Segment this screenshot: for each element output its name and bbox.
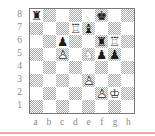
black-pawn-g5: ♟ [108,48,121,61]
square-f7[interactable] [95,22,108,35]
square-f1[interactable] [95,100,108,113]
rank-label-7: 7 [6,21,22,34]
square-f2[interactable]: ♟♙ [95,87,108,100]
square-b7[interactable] [43,22,56,35]
file-label-e: e [82,116,95,129]
square-b3[interactable] [43,74,56,87]
square-g8[interactable] [108,9,121,22]
file-label-d: d [69,116,82,129]
white-pawn-backing: ♟ [82,74,95,87]
square-e2[interactable] [82,87,95,100]
square-e6[interactable] [82,35,95,48]
square-d3[interactable] [69,74,82,87]
square-g3[interactable] [108,74,121,87]
square-h4[interactable] [121,61,134,74]
square-a6[interactable] [30,35,43,48]
rank-label-3: 3 [6,73,22,86]
square-a5[interactable] [30,48,43,61]
square-g2[interactable]: ♚♔ [108,87,121,100]
square-d6[interactable] [69,35,82,48]
square-f6[interactable]: ♜ [95,35,108,48]
square-d8[interactable] [69,9,82,22]
square-c3[interactable] [56,74,69,87]
white-pawn-f2: ♙ [95,87,108,100]
file-label-h: h [122,116,135,129]
square-d1[interactable] [69,100,82,113]
square-c8[interactable] [56,9,69,22]
file-label-g: g [109,116,122,129]
square-c5[interactable]: ♟♙ [56,48,69,61]
white-rook-g6: ♖ [108,35,121,48]
square-a7[interactable] [30,22,43,35]
square-g1[interactable] [108,100,121,113]
file-label-b: b [42,116,55,129]
square-a2[interactable] [30,87,43,100]
bottom-divider-line [0,132,155,134]
square-b4[interactable] [43,61,56,74]
white-pawn-c5: ♙ [56,48,69,61]
rank-label-1: 1 [6,99,22,112]
square-e4[interactable] [82,61,95,74]
square-h8[interactable] [121,9,134,22]
white-rook-backing: ♜ [108,35,121,48]
black-rook-a8: ♜ [30,9,43,22]
square-a4[interactable] [30,61,43,74]
rank-labels: 87654321 [6,8,22,112]
file-labels: abcdefgh [29,116,135,129]
black-king-f8: ♚ [95,9,108,22]
square-b2[interactable] [43,87,56,100]
white-knight-e5: ♘ [82,48,95,61]
square-c2[interactable] [56,87,69,100]
black-pawn-f5: ♟ [95,48,108,61]
square-g4[interactable] [108,61,121,74]
square-b8[interactable] [43,9,56,22]
rank-label-4: 4 [6,60,22,73]
rank-label-5: 5 [6,47,22,60]
square-g7[interactable] [108,22,121,35]
white-king-backing: ♚ [108,87,121,100]
file-label-c: c [56,116,69,129]
white-rook-d7: ♖ [69,22,82,35]
square-f8[interactable]: ♚ [95,9,108,22]
file-label-a: a [29,116,42,129]
square-e3[interactable]: ♟♙ [82,74,95,87]
square-b5[interactable] [43,48,56,61]
square-c7[interactable] [56,22,69,35]
rank-label-8: 8 [6,8,22,21]
square-f5[interactable]: ♟ [95,48,108,61]
square-h2[interactable] [121,87,134,100]
square-c1[interactable] [56,100,69,113]
white-pawn-backing: ♟ [56,48,69,61]
square-f3[interactable] [95,74,108,87]
square-d4[interactable] [69,61,82,74]
white-king-g2: ♔ [108,87,121,100]
square-e7[interactable]: ♝ [82,22,95,35]
square-e5[interactable]: ♞♘ [82,48,95,61]
black-pawn-c6: ♟ [56,35,69,48]
rank-label-6: 6 [6,34,22,47]
square-e8[interactable] [82,9,95,22]
square-g5[interactable]: ♟ [108,48,121,61]
square-h6[interactable] [121,35,134,48]
file-label-f: f [95,116,108,129]
square-a3[interactable] [30,74,43,87]
chess-board: ♜♚♜♖♝♟♜♜♖♟♙♞♘♟♟♟♙♟♙♚♔ [29,8,135,114]
square-f4[interactable] [95,61,108,74]
square-h7[interactable] [121,22,134,35]
chess-diagram-page: 87654321 ♜♚♜♖♝♟♜♜♖♟♙♞♘♟♟♟♙♟♙♚♔ abcdefgh [0,0,155,136]
white-rook-backing: ♜ [69,22,82,35]
square-d7[interactable]: ♜♖ [69,22,82,35]
square-d2[interactable] [69,87,82,100]
square-e1[interactable] [82,100,95,113]
square-b1[interactable] [43,100,56,113]
white-pawn-backing: ♟ [95,87,108,100]
black-rook-f6: ♜ [95,35,108,48]
square-c4[interactable] [56,61,69,74]
square-c6[interactable]: ♟ [56,35,69,48]
black-bishop-e7: ♝ [82,22,95,35]
square-h1[interactable] [121,100,134,113]
rank-label-2: 2 [6,86,22,99]
square-a8[interactable]: ♜ [30,9,43,22]
square-h5[interactable] [121,48,134,61]
square-b6[interactable] [43,35,56,48]
white-knight-backing: ♞ [82,48,95,61]
square-h3[interactable] [121,74,134,87]
square-d5[interactable] [69,48,82,61]
white-pawn-e3: ♙ [82,74,95,87]
square-g6[interactable]: ♜♖ [108,35,121,48]
square-a1[interactable] [30,100,43,113]
